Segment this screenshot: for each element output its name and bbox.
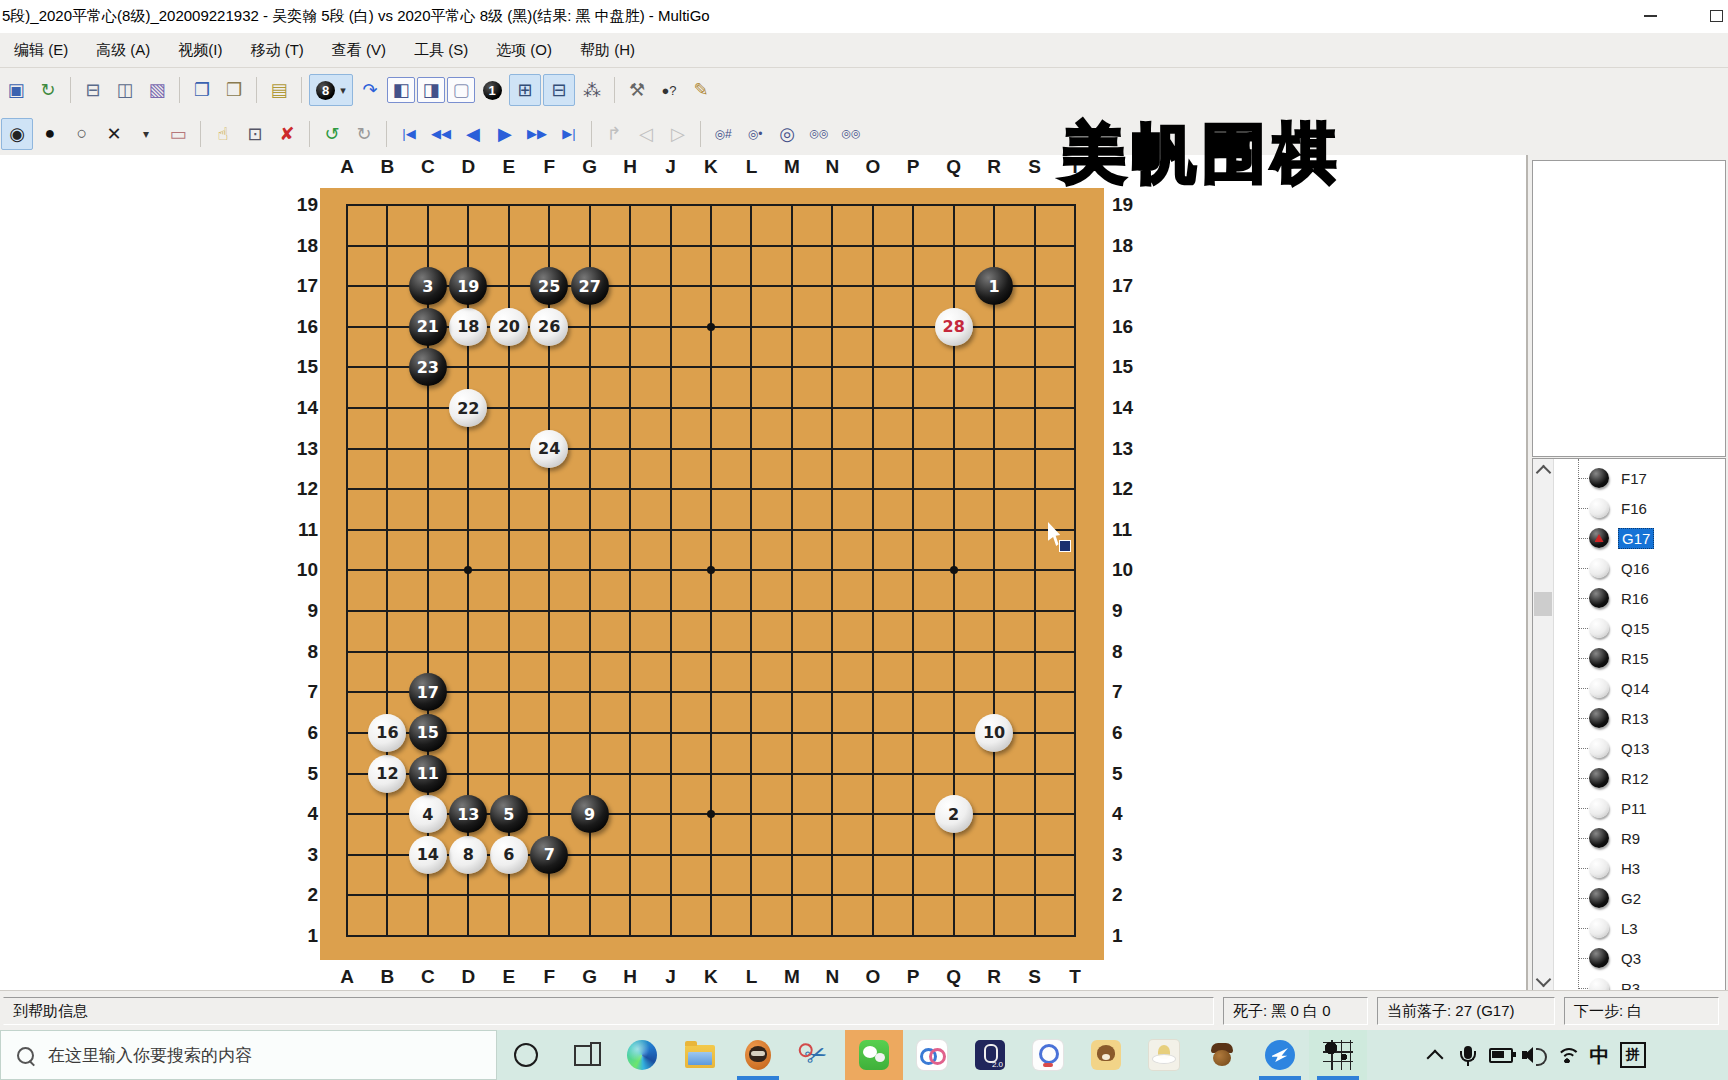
dog-game-app[interactable] (1077, 1030, 1135, 1080)
maximize-button[interactable] (1694, 0, 1728, 32)
top-coordinate-O: O (858, 156, 888, 178)
move-number: 16 (376, 723, 398, 742)
previous-branch-button[interactable]: ◁ (631, 119, 661, 149)
setup-position-tool[interactable]: ⊡ (240, 119, 270, 149)
grid-line (1034, 204, 1036, 937)
maximize-icon (1710, 10, 1723, 22)
bottom-coordinate-A: A (332, 966, 362, 988)
menu-bar: 编辑 (E)高级 (A)视频(I)移动 (T)查看 (V)工具 (S)选项 (O… (0, 33, 1728, 68)
left-coordinate-14: 14 (262, 397, 318, 419)
right-coordinate-9: 9 (1112, 600, 1168, 622)
menu-item-5[interactable]: 工具 (S) (400, 41, 482, 60)
mouse-cursor (1048, 522, 1078, 556)
move-label[interactable]: F16 (1618, 499, 1650, 518)
board-layout-bottom-button-icon: ◨ (422, 79, 439, 101)
status-bar: 到帮助信息 死子: 黑 0 白 0 当前落子: 27 (G17) 下一步: 白 (0, 990, 1728, 1031)
tree-stone-black (1589, 708, 1609, 728)
grid-line (346, 610, 1076, 612)
right-coordinate-6: 6 (1112, 722, 1168, 744)
stone-R17: 1 (975, 267, 1013, 305)
search-placeholder: 在这里输入你要搜索的内容 (48, 1044, 252, 1067)
find-named-move-button[interactable]: ◎• (740, 119, 770, 149)
scissors-icon: ✂ (801, 1039, 830, 1071)
goto-move-button[interactable]: ↷ (355, 75, 385, 105)
find-named-move-button-icon: ◎• (748, 127, 763, 141)
move-number: 7 (544, 845, 555, 864)
file-explorer-app[interactable] (671, 1030, 729, 1080)
move-number-selector-value: 8 (316, 81, 335, 100)
scrollbar-thumb[interactable] (1534, 592, 1552, 616)
multigo-app[interactable] (1309, 1030, 1367, 1080)
fairy-game-app[interactable] (1135, 1030, 1193, 1080)
right-coordinate-7: 7 (1112, 681, 1168, 703)
export-document-button[interactable]: ↻ (33, 75, 63, 105)
stone-Q4: 2 (935, 795, 973, 833)
move-label[interactable]: R16 (1618, 589, 1652, 608)
move-tree-entry-G17[interactable]: G17 (1563, 525, 1654, 551)
explorer-icon (685, 1045, 715, 1068)
move-number-selector[interactable]: 8▾ (309, 74, 353, 106)
grid-line (831, 204, 833, 937)
top-coordinate-H: H (615, 156, 645, 178)
print-preview-button-icon: ◫ (116, 79, 133, 101)
copy-button[interactable]: ❐ (187, 75, 217, 105)
move-number: 14 (417, 845, 439, 864)
find-comment-button-icon: ◎# (714, 127, 731, 141)
top-coordinate-M: M (777, 156, 807, 178)
top-coordinate-K: K (696, 156, 726, 178)
stone-D3: 8 (449, 836, 487, 874)
left-coordinate-10: 10 (262, 559, 318, 581)
save-button[interactable]: ▣ (1, 75, 31, 105)
tools-button-icon: ⚒ (629, 79, 645, 101)
cursor-mini-board-icon (1059, 540, 1071, 552)
delete-stone-tool[interactable]: ✕ (99, 119, 129, 149)
grid-line (791, 204, 793, 937)
find-comment-button[interactable]: ◎# (708, 119, 738, 149)
left-coordinate-16: 16 (262, 316, 318, 338)
running-indicator (1317, 1076, 1359, 1080)
top-coordinate-E: E (494, 156, 524, 178)
move-tree-entry-F16[interactable]: F16 (1563, 495, 1650, 521)
move-label[interactable]: R9 (1618, 829, 1643, 848)
next-branch-button[interactable]: ▷ (663, 119, 693, 149)
search-icon (17, 1047, 34, 1064)
move-label[interactable]: L3 (1618, 919, 1641, 938)
last-move-button[interactable]: ▶| (554, 119, 584, 149)
tree-chart-button[interactable]: ⁂ (577, 75, 607, 105)
find-position-button[interactable]: ◎ (772, 119, 802, 149)
hidden-icons-chevron (1426, 1049, 1443, 1066)
right-coordinate-19: 19 (1112, 194, 1168, 216)
battery-tray-icon[interactable] (1484, 1030, 1517, 1080)
move-number: 3 (422, 277, 433, 296)
black-stone-tool[interactable]: ● (35, 119, 65, 149)
comment-panel[interactable] (1532, 160, 1726, 457)
forward-10-moves-button[interactable]: ▶▶ (522, 119, 552, 149)
grid-line (346, 651, 1076, 653)
move-tree-entry-R16[interactable]: R16 (1563, 585, 1652, 611)
delete-stone-tool-icon: ✕ (106, 123, 121, 145)
black-stone-tool-icon: ● (45, 123, 56, 144)
move-number: 25 (538, 277, 560, 296)
taskview-icon (574, 1045, 595, 1066)
status-help: 到帮助信息 (3, 997, 1214, 1025)
find-move-button-icon: ●? (661, 83, 676, 98)
move-label[interactable]: R15 (1618, 649, 1652, 668)
next-branch-button-icon: ▷ (671, 123, 685, 145)
move-number: 15 (417, 723, 439, 742)
bottom-coordinate-T: T (1060, 966, 1090, 988)
delete-node-button[interactable]: ✘ (272, 119, 302, 149)
menu-item-2[interactable]: 视频(I) (164, 41, 236, 60)
toolbar-separator (591, 121, 592, 147)
right-coordinate-11: 11 (1112, 519, 1168, 541)
tree-stone-white (1589, 678, 1609, 698)
acorn-icon (1209, 1041, 1235, 1069)
right-coordinate-3: 3 (1112, 844, 1168, 866)
white-stone-tool-icon: ○ (77, 123, 88, 144)
wechat-icon (859, 1040, 889, 1070)
bottom-coordinate-M: M (777, 966, 807, 988)
move-number: 21 (417, 317, 439, 336)
tree-stone-black (1589, 888, 1609, 908)
move-label[interactable]: P11 (1618, 799, 1650, 818)
language-indicator[interactable]: 中 (1583, 1030, 1616, 1080)
scroll-down-icon[interactable] (1536, 972, 1552, 988)
move-tree-entry-P11[interactable]: P11 (1563, 795, 1650, 821)
right-coordinate-18: 18 (1112, 235, 1168, 257)
pan-tool-icon: ☝ (218, 123, 229, 145)
right-coordinate-4: 4 (1112, 803, 1168, 825)
top-coordinate-B: B (372, 156, 402, 178)
system-tray: 中拼 (1418, 1030, 1649, 1080)
move-tree-entry-Q15[interactable]: Q15 (1563, 615, 1652, 641)
left-coordinate-2: 2 (262, 884, 318, 906)
edit-navigation-toolbar: ◉●○✕▾▭☝⊡✘↺↻|◀◀◀◀▶▶▶▶|↱◁▷◎#◎•◎◎◎◎◎ (0, 112, 1728, 156)
brush-button[interactable]: ✎ (686, 75, 716, 105)
board-layout-plain-button[interactable]: ▢ (447, 77, 475, 103)
task-view-button[interactable] (555, 1030, 613, 1080)
move-number: 23 (417, 358, 439, 377)
cat-game-app[interactable] (729, 1030, 787, 1080)
print-button[interactable]: ⊟ (78, 75, 108, 105)
move-label[interactable]: H3 (1618, 859, 1643, 878)
top-coordinate-A: A (332, 156, 362, 178)
ime-indicator[interactable]: 拼 (1616, 1030, 1649, 1080)
top-coordinate-S: S (1020, 156, 1050, 178)
goto-move-button-icon: ↷ (362, 79, 377, 101)
right-coordinate-5: 5 (1112, 763, 1168, 785)
move-number: 12 (376, 764, 398, 783)
move-number: 5 (503, 805, 514, 824)
previous-move-button-icon: ◀ (466, 123, 480, 145)
top-coordinate-R: R (979, 156, 1009, 178)
brush-button-icon: ✎ (693, 79, 708, 101)
wechat-app[interactable] (845, 1030, 903, 1080)
left-coordinate-18: 18 (262, 235, 318, 257)
menu-item-0[interactable]: 编辑 (E) (0, 41, 82, 60)
move-tree-entry-Q13[interactable]: Q13 (1563, 735, 1652, 761)
scroll-up-icon[interactable] (1536, 465, 1552, 481)
rotate-right-button[interactable]: ↻ (349, 119, 379, 149)
wifi-tray-icon (1556, 1047, 1578, 1063)
move-label[interactable]: F17 (1618, 469, 1650, 488)
whiteapp-icon (1033, 1040, 1063, 1070)
fairy-icon (1149, 1040, 1179, 1070)
tree-stone-white (1589, 498, 1609, 518)
move-tree-entry-Q14[interactable]: Q14 (1563, 675, 1652, 701)
tree-view-button-icon: ⊞ (517, 79, 532, 101)
stone-C4: 4 (409, 795, 447, 833)
bottom-coordinate-C: C (413, 966, 443, 988)
parent-branch-button-icon: ↱ (606, 123, 621, 145)
eraser-tool-icon: ▭ (169, 123, 186, 145)
next-move-button[interactable]: ▶ (490, 119, 520, 149)
microphone-tray-icon (1464, 1046, 1472, 1059)
tree-stone-white (1589, 738, 1609, 758)
scissors-app[interactable]: ✂ (787, 1030, 845, 1080)
move-tree-entry-R13[interactable]: R13 (1563, 705, 1652, 731)
move-label[interactable]: Q16 (1618, 559, 1652, 578)
search-previous-button[interactable]: ◎◎ (804, 119, 834, 149)
stone-C7: 17 (409, 673, 447, 711)
tree-stone-white (1589, 558, 1609, 578)
bottom-coordinate-N: N (817, 966, 847, 988)
menu-item-1[interactable]: 高级 (A) (82, 41, 164, 60)
white-app[interactable] (1019, 1030, 1077, 1080)
move-number: 22 (457, 399, 479, 418)
right-coordinate-15: 15 (1112, 356, 1168, 378)
microphone-tray-icon[interactable] (1451, 1030, 1484, 1080)
pan-tool[interactable]: ☝ (208, 119, 238, 149)
stone-C6: 15 (409, 714, 447, 752)
go-board[interactable]: 1234567891011121314151617181920212223242… (320, 188, 1104, 960)
move-tree-entry-G2[interactable]: G2 (1563, 885, 1644, 911)
export-image-button[interactable]: ▧ (142, 75, 172, 105)
left-coordinate-9: 9 (262, 600, 318, 622)
stone-G4: 9 (571, 795, 609, 833)
move-tree-entry-L3[interactable]: L3 (1563, 915, 1641, 941)
star-point-Q10 (950, 566, 958, 574)
bottom-coordinate-H: H (615, 966, 645, 988)
move-number: 9 (584, 805, 595, 824)
search-previous-button-icon: ◎◎ (809, 127, 828, 140)
top-coordinate-L: L (736, 156, 766, 178)
move-label[interactable]: Q14 (1618, 679, 1652, 698)
move-tree-entry-R12[interactable]: R12 (1563, 765, 1652, 791)
right-coordinate-12: 12 (1112, 478, 1168, 500)
back-10-moves-button-icon: ◀◀ (431, 126, 451, 141)
game-info-button-icon: ▤ (270, 79, 287, 101)
grid-line (750, 204, 752, 937)
left-coordinate-3: 3 (262, 844, 318, 866)
stone-C16: 21 (409, 308, 447, 346)
move-tree-entry-R15[interactable]: R15 (1563, 645, 1652, 671)
stone-E3: 6 (490, 836, 528, 874)
menu-item-7[interactable]: 帮助 (H) (566, 41, 649, 60)
move-tree-entry-H3[interactable]: H3 (1563, 855, 1643, 881)
top-coordinate-F: F (534, 156, 564, 178)
edge-app[interactable] (613, 1030, 671, 1080)
white-stone-tool[interactable]: ○ (67, 119, 97, 149)
tree-stone-black (1589, 468, 1609, 488)
print-button-icon: ⊟ (85, 79, 100, 101)
stone-C15: 23 (409, 348, 447, 386)
stone-Q16: 28 (935, 308, 973, 346)
right-coordinate-14: 14 (1112, 397, 1168, 419)
move-label-selected[interactable]: G17 (1618, 528, 1654, 549)
menu-item-6[interactable]: 选项 (O) (482, 41, 566, 60)
rotate-left-button[interactable]: ↺ (317, 119, 347, 149)
grid-line (346, 691, 1076, 693)
top-coordinate-C: C (413, 156, 443, 178)
stone-D4: 13 (449, 795, 487, 833)
menu-item-4[interactable]: 查看 (V) (318, 41, 400, 60)
search-input[interactable]: 在这里输入你要搜索的内容 (0, 1030, 497, 1080)
toolbar-separator (256, 77, 257, 103)
paste-button[interactable]: ❒ (219, 75, 249, 105)
print-preview-button[interactable]: ◫ (110, 75, 140, 105)
hidden-icons-chevron[interactable] (1418, 1030, 1451, 1080)
stone-E4: 5 (490, 795, 528, 833)
top-coordinate-G: G (575, 156, 605, 178)
parent-branch-button[interactable]: ↱ (599, 119, 629, 149)
tree-stone-white (1589, 858, 1609, 878)
bottom-coordinate-Q: Q (939, 966, 969, 988)
left-coordinate-11: 11 (262, 519, 318, 541)
move-label[interactable]: Q3 (1618, 949, 1644, 968)
find-position-button-icon: ◎ (779, 123, 795, 145)
stone-C17: 3 (409, 267, 447, 305)
top-coordinate-D: D (453, 156, 483, 178)
dropdown-arrow-icon[interactable]: ▾ (340, 84, 346, 97)
tree-stone-black (1589, 648, 1609, 668)
minimize-button[interactable] (1628, 0, 1672, 32)
stone-tool-dropdown-icon: ▾ (143, 127, 149, 141)
star-point-D10 (464, 566, 472, 574)
stone-tool-dropdown[interactable]: ▾ (131, 119, 161, 149)
mouse-utility-app[interactable] (961, 1030, 1019, 1080)
wifi-tray-icon[interactable] (1550, 1030, 1583, 1080)
back-10-moves-button[interactable]: ◀◀ (426, 119, 456, 149)
right-coordinate-17: 17 (1112, 275, 1168, 297)
bottom-coordinate-R: R (979, 966, 1009, 988)
eraser-tool[interactable]: ▭ (163, 119, 193, 149)
top-coordinate-N: N (817, 156, 847, 178)
status-next-player: 下一步: 白 (1564, 997, 1719, 1025)
move-label[interactable]: Q15 (1618, 619, 1652, 638)
cortana-button[interactable] (497, 1030, 555, 1080)
setup-position-tool-icon: ⊡ (247, 123, 262, 145)
board-layout-left-button[interactable]: ◧ (387, 77, 415, 103)
rings-icon (917, 1040, 947, 1070)
cortana-icon (514, 1043, 538, 1067)
tree-view-button[interactable]: ⊞ (509, 74, 541, 106)
right-coordinate-10: 10 (1112, 559, 1168, 581)
dingtalk-app[interactable] (1251, 1030, 1309, 1080)
top-coordinate-J: J (656, 156, 686, 178)
previous-move-button[interactable]: ◀ (458, 119, 488, 149)
tree-stone-black (1589, 768, 1609, 788)
board-area: 1234567891011121314151617181920212223242… (0, 155, 1526, 990)
move-number: 2 (948, 805, 959, 824)
rings-app[interactable] (903, 1030, 961, 1080)
move-tree-entry-Q16[interactable]: Q16 (1563, 555, 1652, 581)
top-coordinate-Q: Q (939, 156, 969, 178)
stone-F17: 25 (530, 267, 568, 305)
bottom-coordinate-J: J (656, 966, 686, 988)
move-tree-entry-Q3[interactable]: Q3 (1563, 945, 1644, 971)
previous-branch-button-icon: ◁ (639, 123, 653, 145)
left-coordinate-13: 13 (262, 438, 318, 460)
dingtalk-icon (1265, 1040, 1295, 1070)
stone-C3: 14 (409, 836, 447, 874)
play-move-tool[interactable]: ◉ (1, 118, 33, 150)
tree-compact-button-icon: ⊟ (551, 79, 566, 101)
right-coordinate-8: 8 (1112, 641, 1168, 663)
delete-node-button-icon: ✘ (279, 123, 294, 145)
show-move-number-button[interactable]: 1 (477, 75, 507, 105)
tools-button[interactable]: ⚒ (622, 75, 652, 105)
move-number: 27 (579, 277, 601, 296)
move-number: 6 (503, 845, 514, 864)
left-coordinate-12: 12 (262, 478, 318, 500)
export-image-button-icon: ▧ (148, 79, 165, 101)
move-number: 4 (422, 805, 433, 824)
bottom-coordinate-F: F (534, 966, 564, 988)
mouse-icon (975, 1040, 1005, 1070)
tree-stone-black (1589, 588, 1609, 608)
nutstore-app[interactable] (1193, 1030, 1251, 1080)
right-coordinate-1: 1 (1112, 925, 1168, 947)
move-label[interactable]: R13 (1618, 709, 1652, 728)
status-captures: 死子: 黑 0 白 0 (1223, 997, 1368, 1025)
save-button-icon: ▣ (7, 79, 24, 101)
panel-divider (1526, 155, 1528, 1030)
first-move-button[interactable]: |◀ (394, 119, 424, 149)
toolbar-separator (70, 77, 71, 103)
move-label[interactable]: R12 (1618, 769, 1652, 788)
game-info-button[interactable]: ▤ (264, 75, 294, 105)
search-next-button[interactable]: ◎◎ (836, 119, 866, 149)
current-move-marker (1595, 534, 1604, 542)
move-label[interactable]: G2 (1618, 889, 1644, 908)
left-coordinate-1: 1 (262, 925, 318, 947)
grid-line (993, 204, 995, 937)
tree-stone-black (1589, 828, 1609, 848)
minimize-icon (1644, 15, 1657, 17)
move-tree-entry-R9[interactable]: R9 (1563, 825, 1643, 851)
left-coordinate-5: 5 (262, 763, 318, 785)
left-coordinate-8: 8 (262, 641, 318, 663)
menu-item-3[interactable]: 移动 (T) (237, 41, 318, 60)
star-point-K4 (707, 810, 715, 818)
bottom-coordinate-O: O (858, 966, 888, 988)
bottom-coordinate-L: L (736, 966, 766, 988)
tree-compact-button[interactable]: ⊟ (543, 74, 575, 106)
cat-icon (745, 1040, 771, 1070)
window-title: 5段)_2020平常心(8级)_202009221932 - 吴奕翰 5段 (白… (2, 7, 710, 26)
board-layout-bottom-button[interactable]: ◨ (417, 77, 445, 103)
volume-tray-icon[interactable] (1517, 1030, 1550, 1080)
move-tree-entry-F17[interactable]: F17 (1563, 465, 1650, 491)
move-label[interactable]: Q13 (1618, 739, 1652, 758)
volume-tray-icon (1522, 1046, 1546, 1064)
tree-scrollbar[interactable] (1533, 459, 1554, 993)
find-move-button[interactable]: ●? (654, 75, 684, 105)
grid-line (346, 894, 1076, 896)
